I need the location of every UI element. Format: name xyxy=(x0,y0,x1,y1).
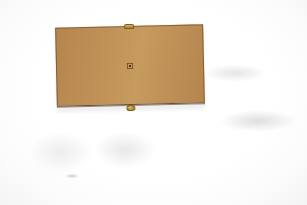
board-border-ticks xyxy=(127,62,133,68)
board-latch-knob xyxy=(124,24,134,29)
chess-board xyxy=(55,24,205,107)
cast-shadow xyxy=(203,64,267,82)
board-clasp xyxy=(126,105,135,111)
cast-shadow xyxy=(94,131,156,169)
cast-shadow xyxy=(65,174,79,179)
board-border-line xyxy=(129,64,131,66)
board-face xyxy=(55,24,205,105)
product-photo-scene xyxy=(0,0,307,205)
cast-shadow xyxy=(29,131,93,173)
cast-shadow xyxy=(219,110,297,132)
